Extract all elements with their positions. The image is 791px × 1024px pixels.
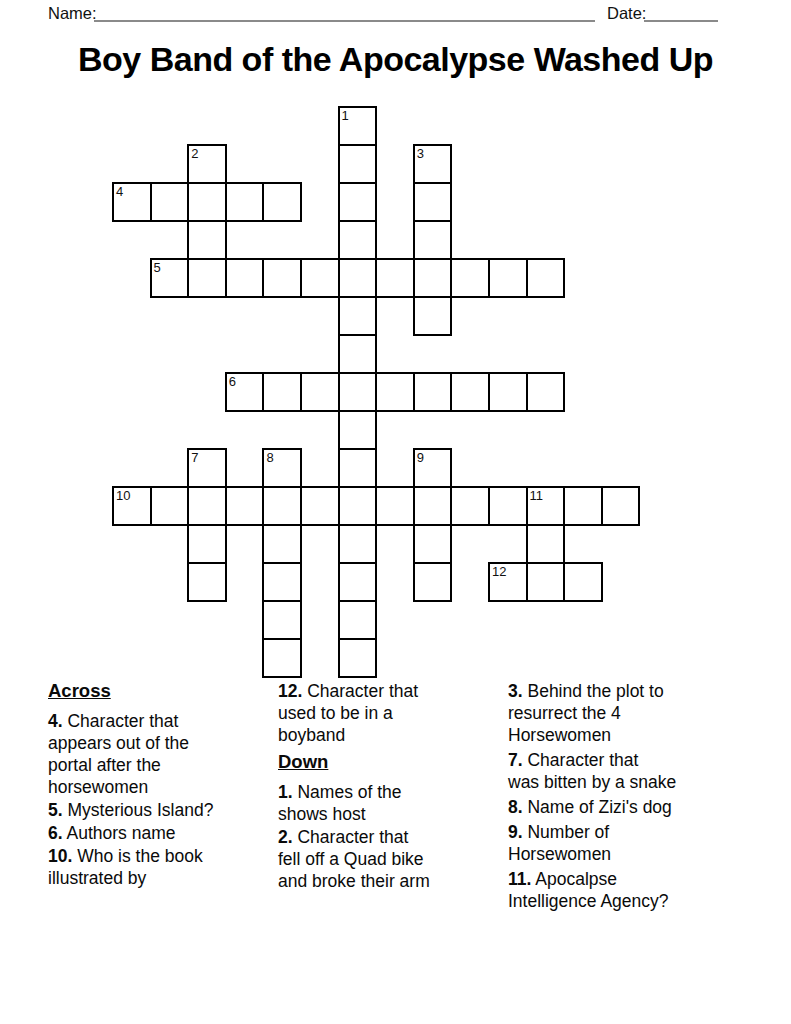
clue-column-1: Across4. Character that appears out of t… (48, 680, 283, 890)
grid-cell-r12c8[interactable] (413, 562, 453, 602)
grid-cell-r4c1[interactable]: 5 (150, 258, 190, 298)
grid-cell-r3c2[interactable] (187, 220, 227, 260)
grid-cell-r7c3[interactable]: 6 (225, 372, 265, 412)
grid-cell-r2c0[interactable]: 4 (112, 182, 152, 222)
grid-cell-r3c8[interactable] (413, 220, 453, 260)
grid-number-6: 6 (229, 374, 236, 389)
grid-cell-r9c6[interactable] (338, 448, 378, 488)
grid-cell-r10c13[interactable] (601, 486, 641, 526)
grid-cell-r3c6[interactable] (338, 220, 378, 260)
clue-number-label: 4. (48, 711, 63, 731)
grid-cell-r2c4[interactable] (262, 182, 302, 222)
grid-cell-r12c11[interactable] (526, 562, 566, 602)
grid-cell-r10c4[interactable] (262, 486, 302, 526)
grid-number-2: 2 (191, 146, 198, 161)
grid-cell-r4c10[interactable] (488, 258, 528, 298)
grid-number-10: 10 (116, 488, 130, 503)
clue-number-label: 9. (508, 822, 523, 842)
clue-column-2: 12. Character that used to be in a boyba… (278, 680, 500, 893)
grid-cell-r10c1[interactable] (150, 486, 190, 526)
grid-cell-r10c0[interactable]: 10 (112, 486, 152, 526)
crossword-grid: 123456789101112 (112, 106, 640, 678)
grid-cell-r4c2[interactable] (187, 258, 227, 298)
grid-cell-r10c5[interactable] (300, 486, 340, 526)
grid-cell-r13c6[interactable] (338, 600, 378, 640)
grid-cell-r7c11[interactable] (526, 372, 566, 412)
puzzle-title: Boy Band of the Apocalypse Washed Up (0, 40, 791, 79)
grid-cell-r7c7[interactable] (375, 372, 415, 412)
grid-cell-r8c6[interactable] (338, 410, 378, 450)
grid-cell-r6c6[interactable] (338, 334, 378, 374)
clue-number-label: 1. (278, 782, 293, 802)
grid-cell-r2c1[interactable] (150, 182, 190, 222)
clue-across-6: 6. Authors name (48, 822, 283, 844)
clue-across-12: 12. Character that used to be in a boyba… (278, 680, 500, 746)
clue-column-3: 3. Behind the plot to resurrect the 4 Ho… (508, 680, 768, 915)
grid-number-11: 11 (530, 488, 544, 503)
grid-cell-r4c7[interactable] (375, 258, 415, 298)
grid-number-8: 8 (266, 450, 273, 465)
clue-down-2: 2. Character that fell off a Quad bike a… (278, 826, 500, 892)
grid-cell-r1c6[interactable] (338, 144, 378, 184)
grid-cell-r7c10[interactable] (488, 372, 528, 412)
grid-cell-r2c8[interactable] (413, 182, 453, 222)
clue-number-label: 7. (508, 750, 523, 770)
grid-cell-r11c6[interactable] (338, 524, 378, 564)
clue-number-label: 5. (48, 800, 63, 820)
grid-cell-r2c3[interactable] (225, 182, 265, 222)
grid-cell-r1c2[interactable]: 2 (187, 144, 227, 184)
down-heading: Down (278, 751, 500, 773)
clue-down-8: 8. Name of Zizi's dog (508, 796, 768, 818)
grid-cell-r11c11[interactable] (526, 524, 566, 564)
grid-number-5: 5 (154, 260, 161, 275)
clue-across-4: 4. Character that appears out of the por… (48, 710, 283, 798)
grid-cell-r4c11[interactable] (526, 258, 566, 298)
grid-cell-r14c4[interactable] (262, 638, 302, 678)
grid-cell-r10c8[interactable] (413, 486, 453, 526)
grid-cell-r2c6[interactable] (338, 182, 378, 222)
grid-cell-r10c12[interactable] (563, 486, 603, 526)
across-heading: Across (48, 680, 283, 702)
grid-cell-r5c8[interactable] (413, 296, 453, 336)
grid-cell-r10c3[interactable] (225, 486, 265, 526)
grid-cell-r14c6[interactable] (338, 638, 378, 678)
clue-across-5: 5. Mysterious Island? (48, 799, 283, 821)
grid-cell-r12c12[interactable] (563, 562, 603, 602)
grid-cell-r13c4[interactable] (262, 600, 302, 640)
grid-cell-r9c2[interactable]: 7 (187, 448, 227, 488)
clue-down-7: 7. Character that was bitten by a snake (508, 749, 768, 793)
clue-number-label: 12. (278, 681, 302, 701)
clue-down-11: 11. Apocalpse Intelligence Agency? (508, 868, 768, 912)
grid-cell-r4c5[interactable] (300, 258, 340, 298)
grid-number-9: 9 (417, 450, 424, 465)
grid-number-7: 7 (191, 450, 198, 465)
grid-cell-r4c8[interactable] (413, 258, 453, 298)
clue-down-3: 3. Behind the plot to resurrect the 4 Ho… (508, 680, 768, 746)
date-input-line[interactable] (644, 2, 718, 22)
clue-number-label: 10. (48, 846, 72, 866)
grid-cell-r12c4[interactable] (262, 562, 302, 602)
grid-cell-r0c6[interactable]: 1 (338, 106, 378, 146)
grid-cell-r7c8[interactable] (413, 372, 453, 412)
grid-cell-r12c2[interactable] (187, 562, 227, 602)
grid-cell-r7c9[interactable] (450, 372, 490, 412)
name-label: Name: (48, 4, 97, 23)
grid-cell-r7c5[interactable] (300, 372, 340, 412)
grid-cell-r9c4[interactable]: 8 (262, 448, 302, 488)
name-input-line[interactable] (94, 2, 595, 22)
grid-cell-r9c8[interactable]: 9 (413, 448, 453, 488)
grid-cell-r10c9[interactable] (450, 486, 490, 526)
grid-cell-r4c6[interactable] (338, 258, 378, 298)
grid-cell-r2c2[interactable] (187, 182, 227, 222)
grid-cell-r4c4[interactable] (262, 258, 302, 298)
grid-cell-r12c6[interactable] (338, 562, 378, 602)
grid-cell-r4c9[interactable] (450, 258, 490, 298)
grid-cell-r12c10[interactable]: 12 (488, 562, 528, 602)
grid-number-3: 3 (417, 146, 424, 161)
grid-cell-r11c8[interactable] (413, 524, 453, 564)
clue-number-label: 3. (508, 681, 523, 701)
worksheet-page: Name: Date: Boy Band of the Apocalypse W… (0, 0, 791, 1024)
clue-down-1: 1. Names of the shows host (278, 781, 500, 825)
grid-cell-r7c4[interactable] (262, 372, 302, 412)
grid-cell-r1c8[interactable]: 3 (413, 144, 453, 184)
clue-down-9: 9. Number of Horsewomen (508, 821, 768, 865)
grid-number-1: 1 (342, 108, 349, 123)
clue-number-label: 6. (48, 823, 63, 843)
grid-cell-r7c6[interactable] (338, 372, 378, 412)
grid-cell-r11c4[interactable] (262, 524, 302, 564)
grid-cell-r10c11[interactable]: 11 (526, 486, 566, 526)
grid-number-12: 12 (492, 564, 506, 579)
grid-cell-r10c6[interactable] (338, 486, 378, 526)
grid-cell-r10c10[interactable] (488, 486, 528, 526)
grid-cell-r10c2[interactable] (187, 486, 227, 526)
grid-cell-r10c7[interactable] (375, 486, 415, 526)
grid-number-4: 4 (116, 184, 123, 199)
clue-number-label: 8. (508, 797, 523, 817)
grid-cell-r5c6[interactable] (338, 296, 378, 336)
date-label: Date: (607, 4, 646, 23)
clue-number-label: 11. (508, 869, 531, 889)
clue-across-10: 10. Who is the book illustrated by (48, 845, 283, 889)
grid-cell-r11c2[interactable] (187, 524, 227, 564)
clue-number-label: 2. (278, 827, 293, 847)
grid-cell-r4c3[interactable] (225, 258, 265, 298)
